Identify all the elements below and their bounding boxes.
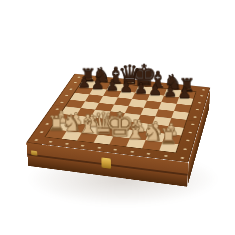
frame-inlay-dot — [45, 123, 49, 125]
frame-inlay-dot — [50, 116, 54, 118]
frame-inlay-dot — [114, 148, 118, 150]
frame-inlay-dot — [39, 131, 43, 133]
frame-inlay-dot — [183, 148, 187, 150]
white-pawn-e2: ♟ — [111, 114, 136, 133]
frame-inlay-dot — [90, 78, 93, 79]
frame-inlay-dot — [195, 109, 198, 111]
black-knight-b8: ♞ — [91, 63, 113, 85]
frame-inlay-dot — [73, 82, 76, 83]
white-pawn-g2: ♟ — [143, 118, 168, 137]
frame-inlay-dot — [173, 86, 176, 88]
frame-inlay-dot — [77, 76, 80, 77]
product-photo: ♜♞♝♛♚♝♞♜♟♟♟♟♟♟♟♟♟♟♟♟♟♟♟♟♜♞♝♛♚♝♞♜ — [0, 0, 235, 235]
frame-inlay-dot — [55, 108, 59, 110]
frame-inlay-dot — [180, 156, 184, 158]
frame-inlay-dot — [188, 87, 191, 89]
frame-inlay-dot — [104, 79, 107, 80]
frame-inlay-dot — [200, 95, 203, 97]
white-knight-g1: ♞ — [139, 119, 165, 145]
white-pawn-d2: ♟ — [95, 112, 120, 131]
frame-inlay-dot — [81, 144, 85, 146]
white-pawn-b2: ♟ — [64, 109, 89, 128]
brass-clasp — [101, 157, 111, 168]
frame-inlay-dot — [97, 146, 101, 148]
frame-inlay-dot — [159, 85, 162, 86]
frame-inlay-dot — [197, 102, 200, 104]
frame-inlay-dot — [201, 89, 204, 91]
frame-inlay-dot — [193, 116, 196, 118]
scene: ♜♞♝♛♚♝♞♜♟♟♟♟♟♟♟♟♟♟♟♟♟♟♟♟♜♞♝♛♚♝♞♜ — [0, 0, 235, 235]
frame-inlay-dot — [65, 142, 69, 144]
white-bishop-f1: ♝ — [123, 115, 149, 143]
white-bishop-c1: ♝ — [75, 110, 101, 138]
brass-hinge — [31, 150, 37, 155]
frame-inlay-dot — [185, 140, 189, 142]
frame-inlay-dot — [188, 131, 192, 133]
frame-inlay-dot — [117, 80, 120, 81]
frame-inlay-dot — [130, 150, 134, 152]
black-knight-g8: ♞ — [161, 70, 184, 93]
frame-inlay-dot — [64, 95, 68, 97]
frame-inlay-dot — [164, 154, 168, 156]
frame-inlay-dot — [131, 82, 134, 83]
frame-inlay-dot — [190, 124, 194, 126]
frame-inlay-dot — [34, 139, 38, 141]
white-pawn-f2: ♟ — [127, 116, 152, 135]
chess-board: ♜♞♝♛♚♝♞♜♟♟♟♟♟♟♟♟♟♟♟♟♟♟♟♟♜♞♝♛♚♝♞♜ — [26, 74, 210, 163]
frame-inlay-dot — [69, 88, 73, 90]
frame-inlay-dot — [49, 140, 53, 142]
frame-inlay-dot — [145, 83, 148, 84]
frame-inlay-dot — [60, 101, 64, 103]
frame-inlay-dot — [147, 152, 151, 154]
